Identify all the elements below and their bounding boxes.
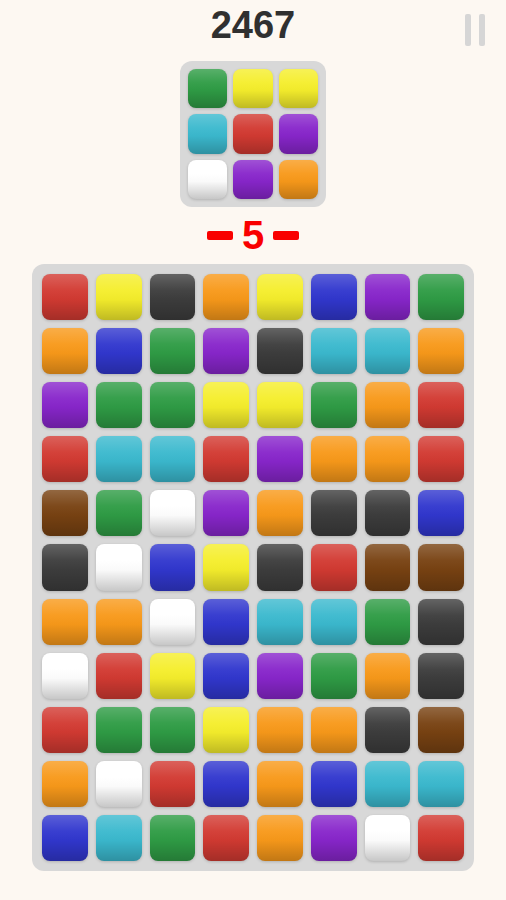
board-tile-orange[interactable]	[42, 761, 88, 807]
board-tile-green[interactable]	[96, 490, 142, 536]
board-tile-green[interactable]	[311, 382, 357, 428]
board-tile-purple[interactable]	[311, 815, 357, 861]
board-tile-cyan[interactable]	[150, 436, 196, 482]
board-tile-red[interactable]	[96, 653, 142, 699]
board-tile-orange[interactable]	[257, 490, 303, 536]
board-tile-brown[interactable]	[42, 490, 88, 536]
board-tile-red[interactable]	[42, 707, 88, 753]
pattern-tile-purple	[233, 160, 272, 199]
board-tile-orange[interactable]	[42, 328, 88, 374]
pattern-tile-yellow	[279, 69, 318, 108]
board-tile-cyan[interactable]	[311, 599, 357, 645]
dash-icon	[207, 231, 233, 240]
board-tile-dark-gray[interactable]	[418, 599, 464, 645]
board-tile-red[interactable]	[203, 815, 249, 861]
board-tile-orange[interactable]	[42, 599, 88, 645]
board-tile-green[interactable]	[150, 328, 196, 374]
board-tile-cyan[interactable]	[257, 599, 303, 645]
board-tile-orange[interactable]	[311, 436, 357, 482]
board-tile-blue[interactable]	[311, 274, 357, 320]
board-tile-dark-gray[interactable]	[257, 328, 303, 374]
pattern-tile-green	[188, 69, 227, 108]
board-tile-blue[interactable]	[203, 599, 249, 645]
board-tile-yellow[interactable]	[150, 653, 196, 699]
board-tile-dark-gray[interactable]	[418, 653, 464, 699]
board-tile-dark-gray[interactable]	[150, 274, 196, 320]
board-tile-blue[interactable]	[203, 761, 249, 807]
board-tile-green[interactable]	[418, 274, 464, 320]
board-tile-yellow[interactable]	[203, 544, 249, 590]
board-tile-red[interactable]	[42, 436, 88, 482]
board-tile-green[interactable]	[96, 382, 142, 428]
pattern-tile-yellow	[233, 69, 272, 108]
board-tile-blue[interactable]	[311, 761, 357, 807]
board-tile-brown[interactable]	[418, 707, 464, 753]
game-board-grid	[32, 264, 474, 871]
board-tile-yellow[interactable]	[257, 382, 303, 428]
board-tile-purple[interactable]	[42, 382, 88, 428]
board-tile-green[interactable]	[150, 382, 196, 428]
board-tile-orange[interactable]	[96, 599, 142, 645]
board-tile-orange[interactable]	[311, 707, 357, 753]
board-tile-yellow[interactable]	[203, 382, 249, 428]
board-tile-white[interactable]	[96, 544, 142, 590]
board-tile-white[interactable]	[96, 761, 142, 807]
pause-button[interactable]	[465, 14, 485, 46]
pattern-tile-purple	[279, 114, 318, 153]
target-pattern-grid	[180, 61, 326, 207]
dash-icon	[273, 231, 299, 240]
board-tile-orange[interactable]	[203, 274, 249, 320]
board-tile-red[interactable]	[418, 382, 464, 428]
board-tile-green[interactable]	[150, 815, 196, 861]
board-tile-blue[interactable]	[150, 544, 196, 590]
board-tile-orange[interactable]	[257, 707, 303, 753]
pause-icon	[479, 14, 485, 46]
pattern-tile-orange	[279, 160, 318, 199]
board-tile-dark-gray[interactable]	[365, 490, 411, 536]
board-tile-orange[interactable]	[418, 328, 464, 374]
counter-value: 5	[242, 215, 264, 255]
board-tile-purple[interactable]	[257, 436, 303, 482]
pattern-tile-white	[188, 160, 227, 199]
board-tile-blue[interactable]	[96, 328, 142, 374]
board-tile-red[interactable]	[311, 544, 357, 590]
board-tile-cyan[interactable]	[365, 761, 411, 807]
board-tile-blue[interactable]	[418, 490, 464, 536]
board-tile-dark-gray[interactable]	[42, 544, 88, 590]
board-tile-purple[interactable]	[257, 653, 303, 699]
board-tile-orange[interactable]	[365, 653, 411, 699]
board-tile-orange[interactable]	[365, 382, 411, 428]
board-tile-green[interactable]	[96, 707, 142, 753]
board-tile-red[interactable]	[203, 436, 249, 482]
pattern-tile-cyan	[188, 114, 227, 153]
board-tile-cyan[interactable]	[418, 761, 464, 807]
moves-counter: 5	[0, 215, 506, 255]
board-tile-white[interactable]	[150, 490, 196, 536]
board-tile-yellow[interactable]	[257, 274, 303, 320]
board-tile-blue[interactable]	[42, 815, 88, 861]
board-tile-yellow[interactable]	[96, 274, 142, 320]
board-tile-brown[interactable]	[418, 544, 464, 590]
board-tile-red[interactable]	[418, 436, 464, 482]
board-tile-green[interactable]	[150, 707, 196, 753]
board-tile-orange[interactable]	[365, 436, 411, 482]
board-tile-white[interactable]	[365, 815, 411, 861]
board-tile-purple[interactable]	[203, 490, 249, 536]
board-tile-brown[interactable]	[365, 544, 411, 590]
board-tile-dark-gray[interactable]	[365, 707, 411, 753]
board-tile-cyan[interactable]	[96, 436, 142, 482]
board-tile-green[interactable]	[365, 599, 411, 645]
board-tile-cyan[interactable]	[311, 328, 357, 374]
board-tile-orange[interactable]	[257, 761, 303, 807]
board-tile-cyan[interactable]	[96, 815, 142, 861]
board-tile-green[interactable]	[311, 653, 357, 699]
board-tile-blue[interactable]	[203, 653, 249, 699]
board-tile-purple[interactable]	[203, 328, 249, 374]
board-tile-white[interactable]	[150, 599, 196, 645]
board-tile-red[interactable]	[42, 274, 88, 320]
board-tile-dark-gray[interactable]	[311, 490, 357, 536]
board-tile-cyan[interactable]	[365, 328, 411, 374]
board-tile-yellow[interactable]	[203, 707, 249, 753]
board-tile-dark-gray[interactable]	[257, 544, 303, 590]
board-tile-orange[interactable]	[257, 815, 303, 861]
pause-icon	[465, 14, 471, 46]
pattern-tile-red	[233, 114, 272, 153]
board-tile-purple[interactable]	[365, 274, 411, 320]
board-tile-red[interactable]	[418, 815, 464, 861]
board-tile-red[interactable]	[150, 761, 196, 807]
board-tile-white[interactable]	[42, 653, 88, 699]
score: 2467	[0, 4, 506, 46]
